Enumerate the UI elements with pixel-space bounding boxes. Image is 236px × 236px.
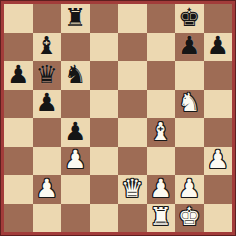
square-g5[interactable]: ♞	[175, 90, 204, 119]
square-a6[interactable]: ♟	[4, 61, 33, 90]
square-e7[interactable]	[118, 33, 147, 62]
square-f2[interactable]: ♟	[147, 175, 176, 204]
square-h2[interactable]	[204, 175, 233, 204]
square-b3[interactable]	[33, 147, 62, 176]
square-a3[interactable]	[4, 147, 33, 176]
square-e4[interactable]	[118, 118, 147, 147]
square-b7[interactable]: ♝	[33, 33, 62, 62]
piece-white-knight: ♞	[178, 90, 200, 115]
square-h8[interactable]	[204, 4, 233, 33]
square-f4[interactable]: ♝	[147, 118, 176, 147]
square-d1[interactable]	[90, 204, 119, 233]
square-e2[interactable]: ♛	[118, 175, 147, 204]
square-h1[interactable]	[204, 204, 233, 233]
piece-white-rook: ♜	[150, 204, 172, 229]
square-d6[interactable]	[90, 61, 119, 90]
square-g2[interactable]: ♟	[175, 175, 204, 204]
square-b1[interactable]	[33, 204, 62, 233]
square-b4[interactable]	[33, 118, 62, 147]
square-e8[interactable]	[118, 4, 147, 33]
square-f8[interactable]	[147, 4, 176, 33]
square-b5[interactable]: ♟	[33, 90, 62, 119]
piece-black-pawn: ♟	[36, 90, 58, 115]
board-frame: ♜♚♝♟♟♟♛♞♟♞♟♝♟♟♟♛♟♟♜♚	[0, 0, 236, 236]
piece-white-pawn: ♟	[150, 176, 172, 201]
square-c2[interactable]	[61, 175, 90, 204]
square-a8[interactable]	[4, 4, 33, 33]
piece-black-rook: ♜	[64, 5, 86, 30]
square-g7[interactable]: ♟	[175, 33, 204, 62]
square-f1[interactable]: ♜	[147, 204, 176, 233]
piece-white-pawn: ♟	[178, 176, 200, 201]
square-d3[interactable]	[90, 147, 119, 176]
square-c4[interactable]: ♟	[61, 118, 90, 147]
square-g6[interactable]	[175, 61, 204, 90]
square-c7[interactable]	[61, 33, 90, 62]
square-g4[interactable]	[175, 118, 204, 147]
square-b2[interactable]: ♟	[33, 175, 62, 204]
square-d4[interactable]	[90, 118, 119, 147]
chess-board: ♜♚♝♟♟♟♛♞♟♞♟♝♟♟♟♛♟♟♜♚	[4, 4, 232, 232]
square-a4[interactable]	[4, 118, 33, 147]
piece-white-queen: ♛	[121, 176, 143, 201]
square-c6[interactable]: ♞	[61, 61, 90, 90]
piece-black-queen: ♛	[36, 62, 58, 87]
square-c5[interactable]	[61, 90, 90, 119]
square-h6[interactable]	[204, 61, 233, 90]
piece-black-bishop: ♝	[36, 33, 58, 58]
square-h5[interactable]	[204, 90, 233, 119]
square-e1[interactable]	[118, 204, 147, 233]
square-h4[interactable]	[204, 118, 233, 147]
square-g3[interactable]	[175, 147, 204, 176]
square-e5[interactable]	[118, 90, 147, 119]
square-c1[interactable]	[61, 204, 90, 233]
square-d8[interactable]	[90, 4, 119, 33]
piece-white-pawn: ♟	[64, 147, 86, 172]
piece-white-pawn: ♟	[36, 176, 58, 201]
square-f7[interactable]	[147, 33, 176, 62]
square-g1[interactable]: ♚	[175, 204, 204, 233]
square-b8[interactable]	[33, 4, 62, 33]
square-a1[interactable]	[4, 204, 33, 233]
square-a7[interactable]	[4, 33, 33, 62]
square-d7[interactable]	[90, 33, 119, 62]
square-g8[interactable]: ♚	[175, 4, 204, 33]
piece-white-pawn: ♟	[207, 147, 229, 172]
piece-black-pawn: ♟	[178, 33, 200, 58]
square-e6[interactable]	[118, 61, 147, 90]
square-b6[interactable]: ♛	[33, 61, 62, 90]
square-a2[interactable]	[4, 175, 33, 204]
square-h3[interactable]: ♟	[204, 147, 233, 176]
piece-black-pawn: ♟	[64, 119, 86, 144]
square-d5[interactable]	[90, 90, 119, 119]
square-h7[interactable]: ♟	[204, 33, 233, 62]
square-f6[interactable]	[147, 61, 176, 90]
square-f3[interactable]	[147, 147, 176, 176]
piece-black-knight: ♞	[64, 62, 86, 87]
piece-black-pawn: ♟	[207, 33, 229, 58]
square-c8[interactable]: ♜	[61, 4, 90, 33]
square-e3[interactable]	[118, 147, 147, 176]
square-a5[interactable]	[4, 90, 33, 119]
square-c3[interactable]: ♟	[61, 147, 90, 176]
piece-black-king: ♚	[178, 5, 200, 30]
piece-white-king: ♚	[178, 204, 200, 229]
square-d2[interactable]	[90, 175, 119, 204]
piece-white-bishop: ♝	[150, 119, 172, 144]
square-f5[interactable]	[147, 90, 176, 119]
piece-black-pawn: ♟	[7, 62, 29, 87]
